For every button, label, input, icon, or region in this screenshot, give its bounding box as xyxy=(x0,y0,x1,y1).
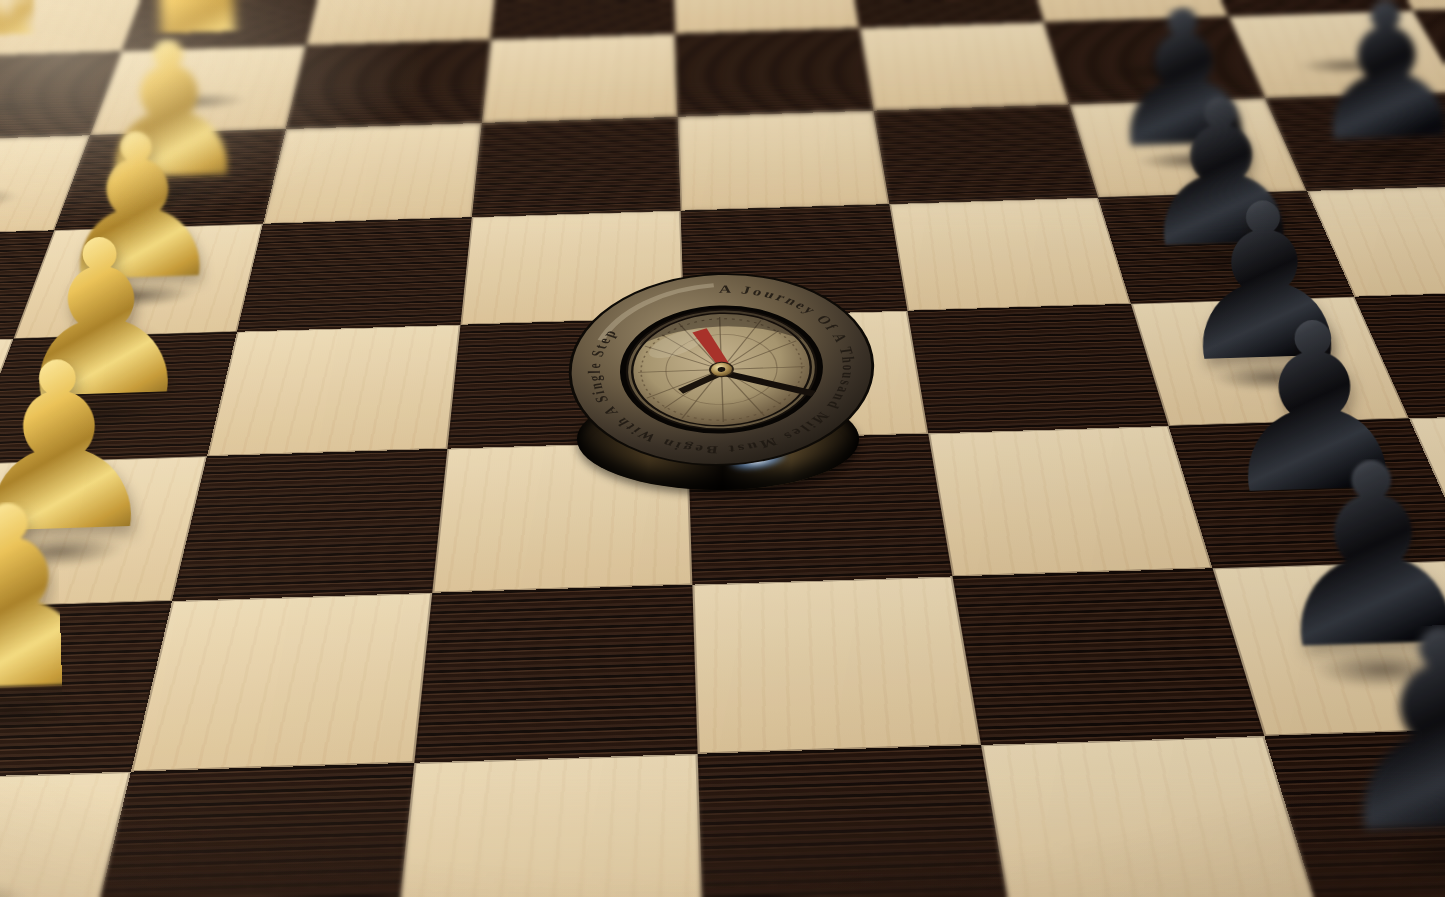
board-square[interactable] xyxy=(698,745,1016,897)
photo-stage: ♝♜♜♟♟♟♟♟♟♟♟♟♟♟♟♟♟♟ xyxy=(0,0,1445,897)
board-square[interactable] xyxy=(907,304,1168,434)
board-square[interactable] xyxy=(678,111,890,211)
board-square[interactable] xyxy=(889,198,1131,311)
board-square[interactable] xyxy=(414,585,697,763)
board-square[interactable] xyxy=(981,736,1326,897)
compass-face: A Journey Of A Thousand Miles Must Begin… xyxy=(560,264,883,474)
board-square[interactable] xyxy=(237,217,472,332)
board-square[interactable] xyxy=(860,22,1070,110)
board-square[interactable] xyxy=(393,754,704,897)
board-square[interactable] xyxy=(928,426,1212,576)
board-square[interactable] xyxy=(692,576,981,753)
board-square[interactable] xyxy=(286,40,491,129)
chess-piece-black-pawn[interactable]: ♟ xyxy=(1301,0,1445,148)
board-square[interactable] xyxy=(82,763,415,897)
compass: A Journey Of A Thousand Miles Must Begin… xyxy=(560,270,880,515)
board-square[interactable] xyxy=(263,123,482,224)
board-square[interactable] xyxy=(675,28,873,117)
chess-piece-gold-pawn[interactable]: ♟ xyxy=(0,668,78,890)
board-square[interactable] xyxy=(131,593,432,772)
board-square[interactable] xyxy=(874,104,1099,204)
board-square[interactable] xyxy=(306,0,498,45)
chess-piece-black-pawn[interactable]: ♟ xyxy=(1317,621,1445,843)
board-square[interactable] xyxy=(472,117,681,217)
board-square[interactable] xyxy=(207,325,460,456)
board-square[interactable] xyxy=(952,568,1264,745)
board-square[interactable] xyxy=(172,449,447,601)
board-square[interactable] xyxy=(482,34,678,123)
